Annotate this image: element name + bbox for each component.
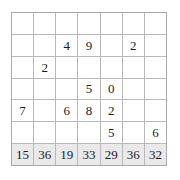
- cell-r2c5[interactable]: [101, 35, 122, 56]
- cell-r4c7[interactable]: [145, 79, 166, 100]
- cell-r3c3[interactable]: [56, 57, 77, 78]
- cell-r1c3[interactable]: [56, 13, 77, 34]
- cell-r2c2[interactable]: [34, 35, 55, 56]
- cell-r6c7[interactable]: 6: [145, 122, 166, 143]
- cell-r2c1[interactable]: [12, 35, 33, 56]
- cell-r3c2[interactable]: 2: [34, 57, 55, 78]
- cell-r5c3[interactable]: 6: [56, 100, 77, 121]
- cell-r6c6[interactable]: [123, 122, 144, 143]
- cell-r4c5[interactable]: 0: [101, 79, 122, 100]
- total-cell-r7c3: 19: [56, 144, 77, 165]
- puzzle-screenshot: 49225076825615361933293632: [0, 0, 180, 180]
- cell-r3c4[interactable]: [78, 57, 99, 78]
- cell-r5c5[interactable]: 2: [101, 100, 122, 121]
- cell-r2c3[interactable]: 4: [56, 35, 77, 56]
- cell-r3c1[interactable]: [12, 57, 33, 78]
- total-cell-r7c5: 29: [101, 144, 122, 165]
- cell-r5c4[interactable]: 8: [78, 100, 99, 121]
- cell-r4c3[interactable]: [56, 79, 77, 100]
- cell-r6c5[interactable]: 5: [101, 122, 122, 143]
- cell-r5c7[interactable]: [145, 100, 166, 121]
- cell-r2c7[interactable]: [145, 35, 166, 56]
- cell-r1c1[interactable]: [12, 13, 33, 34]
- cell-r3c6[interactable]: [123, 57, 144, 78]
- puzzle-board: 49225076825615361933293632: [11, 12, 167, 166]
- total-cell-r7c2: 36: [34, 144, 55, 165]
- cell-r2c4[interactable]: 9: [78, 35, 99, 56]
- cell-r4c2[interactable]: [34, 79, 55, 100]
- cell-r5c2[interactable]: [34, 100, 55, 121]
- total-cell-r7c7: 32: [145, 144, 166, 165]
- cell-r5c1[interactable]: 7: [12, 100, 33, 121]
- cell-r4c6[interactable]: [123, 79, 144, 100]
- total-cell-r7c6: 36: [123, 144, 144, 165]
- cell-r5c6[interactable]: [123, 100, 144, 121]
- total-cell-r7c1: 15: [12, 144, 33, 165]
- total-cell-r7c4: 33: [78, 144, 99, 165]
- cell-r1c2[interactable]: [34, 13, 55, 34]
- cell-r1c4[interactable]: [78, 13, 99, 34]
- cell-r3c7[interactable]: [145, 57, 166, 78]
- cell-r6c4[interactable]: [78, 122, 99, 143]
- cell-r6c3[interactable]: [56, 122, 77, 143]
- cell-r4c4[interactable]: 5: [78, 79, 99, 100]
- cell-r1c7[interactable]: [145, 13, 166, 34]
- cell-r2c6[interactable]: 2: [123, 35, 144, 56]
- cell-r1c5[interactable]: [101, 13, 122, 34]
- cell-r6c2[interactable]: [34, 122, 55, 143]
- cell-r1c6[interactable]: [123, 13, 144, 34]
- cell-r4c1[interactable]: [12, 79, 33, 100]
- cell-r6c1[interactable]: [12, 122, 33, 143]
- cell-r3c5[interactable]: [101, 57, 122, 78]
